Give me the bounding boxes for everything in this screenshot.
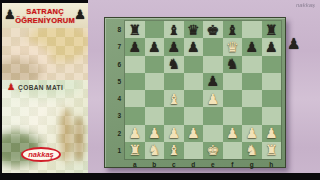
square-g8[interactable]: [242, 21, 262, 38]
square-e2[interactable]: [203, 125, 223, 142]
square-a8[interactable]: ♜: [125, 21, 145, 38]
square-g3[interactable]: [242, 107, 262, 124]
black-bishop: ♝: [167, 23, 180, 37]
square-a1[interactable]: ♜: [125, 142, 145, 159]
white-rook: ♜: [265, 143, 278, 157]
black-pawn: ♟: [128, 40, 141, 54]
square-b5[interactable]: [145, 73, 165, 90]
white-knight: ♞: [245, 143, 258, 157]
chess-board: 87654321 ♜♝♛♚♝♜♟♟♟♟♛♟♟♞♞♟♝♟♟♟♟♟♟♟♟♜♞♝♚♞♜…: [104, 17, 286, 168]
board-grid[interactable]: ♜♝♛♚♝♜♟♟♟♟♛♟♟♞♞♟♝♟♟♟♟♟♟♟♟♜♞♝♚♞♜: [125, 21, 281, 159]
publisher-logo-text: nakkaş: [28, 151, 53, 159]
square-c1[interactable]: ♝: [164, 142, 184, 159]
black-pawn-icon: ♟: [4, 8, 16, 21]
square-c7[interactable]: ♟: [164, 38, 184, 55]
white-pawn: ♟: [245, 126, 258, 140]
square-f8[interactable]: ♝: [223, 21, 243, 38]
captured-black-pawn: ♟: [287, 37, 300, 52]
rank-label-7: 7: [105, 38, 125, 55]
app-window: ♟ ÇOBAN MATI nakkaş ♟ SATRANÇ ÖĞRENİYORU…: [0, 0, 320, 180]
square-c4[interactable]: ♝: [164, 90, 184, 107]
lesson-title: ÇOBAN MATI: [18, 84, 63, 91]
white-pawn: ♟: [167, 126, 180, 140]
white-pawn: ♟: [128, 126, 141, 140]
rank-label-6: 6: [105, 56, 125, 73]
square-c8[interactable]: ♝: [164, 21, 184, 38]
square-h1[interactable]: ♜: [262, 142, 282, 159]
square-g2[interactable]: ♟: [242, 125, 262, 142]
white-king: ♚: [206, 143, 219, 157]
photo-checker-overlay: [2, 28, 88, 80]
app-title: SATRANÇ ÖĞRENİYORUM: [15, 7, 75, 25]
square-d5[interactable]: [184, 73, 204, 90]
file-label-d: d: [184, 159, 204, 169]
rank-label-1: 1: [105, 142, 125, 159]
square-d2[interactable]: ♟: [184, 125, 204, 142]
square-b6[interactable]: [145, 56, 165, 73]
square-b8[interactable]: [145, 21, 165, 38]
app-title-line1: SATRANÇ: [15, 7, 75, 16]
white-pawn: ♟: [265, 126, 278, 140]
file-label-g: g: [242, 159, 262, 169]
black-pawn: ♟: [245, 40, 258, 54]
white-queen: ♛: [226, 40, 239, 54]
file-label-f: f: [223, 159, 243, 169]
square-e8[interactable]: ♚: [203, 21, 223, 38]
square-e4[interactable]: ♟: [203, 90, 223, 107]
square-f6[interactable]: ♞: [223, 56, 243, 73]
lesson-caption: ♟ ÇOBAN MATI: [2, 81, 88, 93]
black-rook: ♜: [265, 23, 278, 37]
square-e1[interactable]: ♚: [203, 142, 223, 159]
cover-header: ♟ SATRANÇ ÖĞRENİYORUM ♟: [2, 3, 88, 28]
square-d7[interactable]: ♟: [184, 38, 204, 55]
file-labels: abcdefgh: [125, 159, 281, 169]
square-a6[interactable]: [125, 56, 145, 73]
square-e6[interactable]: [203, 56, 223, 73]
white-pawn: ♟: [206, 92, 219, 106]
square-b3[interactable]: [145, 107, 165, 124]
square-a2[interactable]: ♟: [125, 125, 145, 142]
square-f3[interactable]: [223, 107, 243, 124]
file-label-h: h: [262, 159, 282, 169]
file-label-c: c: [164, 159, 184, 169]
square-f4[interactable]: [223, 90, 243, 107]
square-c2[interactable]: ♟: [164, 125, 184, 142]
rank-label-4: 4: [105, 90, 125, 107]
square-d6[interactable]: [184, 56, 204, 73]
black-pawn: ♟: [187, 40, 200, 54]
rank-labels: 87654321: [105, 21, 125, 159]
black-rook: ♜: [128, 23, 141, 37]
square-d8[interactable]: ♛: [184, 21, 204, 38]
rank-label-2: 2: [105, 125, 125, 142]
square-h4[interactable]: [262, 90, 282, 107]
square-a7[interactable]: ♟: [125, 38, 145, 55]
white-pawn: ♟: [148, 126, 161, 140]
square-g6[interactable]: [242, 56, 262, 73]
white-pawn: ♟: [187, 126, 200, 140]
square-c3[interactable]: [164, 107, 184, 124]
black-pawn: ♟: [265, 40, 278, 54]
cover-child-photo: [2, 28, 88, 80]
square-d3[interactable]: [184, 107, 204, 124]
square-a5[interactable]: [125, 73, 145, 90]
white-pawn: ♟: [226, 126, 239, 140]
black-pawn: ♟: [148, 40, 161, 54]
square-g5[interactable]: [242, 73, 262, 90]
square-b4[interactable]: [145, 90, 165, 107]
square-h5[interactable]: [262, 73, 282, 90]
cover-sidebar: ♟ ÇOBAN MATI nakkaş ♟ SATRANÇ ÖĞRENİYORU…: [2, 0, 88, 173]
black-bishop: ♝: [226, 23, 239, 37]
square-g1[interactable]: ♞: [242, 142, 262, 159]
square-e7[interactable]: [203, 38, 223, 55]
black-knight: ♞: [167, 57, 180, 71]
square-d4[interactable]: [184, 90, 204, 107]
square-g4[interactable]: [242, 90, 262, 107]
publisher-logo: nakkaş: [21, 147, 61, 162]
file-label-a: a: [125, 159, 145, 169]
white-knight: ♞: [148, 143, 161, 157]
square-b1[interactable]: ♞: [145, 142, 165, 159]
square-h6[interactable]: [262, 56, 282, 73]
square-a3[interactable]: [125, 107, 145, 124]
square-c6[interactable]: ♞: [164, 56, 184, 73]
watermark-text: nakkaş: [296, 2, 315, 8]
black-pawn: ♟: [206, 74, 219, 88]
square-c5[interactable]: [164, 73, 184, 90]
black-knight: ♞: [226, 57, 239, 71]
square-e5[interactable]: ♟: [203, 73, 223, 90]
square-h7[interactable]: ♟: [262, 38, 282, 55]
square-b2[interactable]: ♟: [145, 125, 165, 142]
red-pawn-icon: ♟: [7, 83, 15, 92]
square-f1[interactable]: [223, 142, 243, 159]
app-title-line2: ÖĞRENİYORUM: [15, 16, 75, 25]
black-king: ♚: [206, 23, 219, 37]
square-d1[interactable]: [184, 142, 204, 159]
square-e3[interactable]: [203, 107, 223, 124]
square-b7[interactable]: ♟: [145, 38, 165, 55]
rank-label-3: 3: [105, 107, 125, 124]
black-pawn-icon: ♟: [74, 8, 86, 21]
file-label-b: b: [145, 159, 165, 169]
square-f5[interactable]: [223, 73, 243, 90]
white-bishop: ♝: [167, 143, 180, 157]
square-h2[interactable]: ♟: [262, 125, 282, 142]
rank-label-8: 8: [105, 21, 125, 38]
square-a4[interactable]: [125, 90, 145, 107]
square-f2[interactable]: ♟: [223, 125, 243, 142]
white-rook: ♜: [128, 143, 141, 157]
square-h8[interactable]: ♜: [262, 21, 282, 38]
rank-label-5: 5: [105, 73, 125, 90]
bottom-black-bar: [0, 173, 320, 180]
square-f7[interactable]: ♛: [223, 38, 243, 55]
square-g7[interactable]: ♟: [242, 38, 262, 55]
file-label-e: e: [203, 159, 223, 169]
white-bishop: ♝: [167, 92, 180, 106]
black-queen: ♛: [187, 23, 200, 37]
square-h3[interactable]: [262, 107, 282, 124]
black-pawn: ♟: [167, 40, 180, 54]
